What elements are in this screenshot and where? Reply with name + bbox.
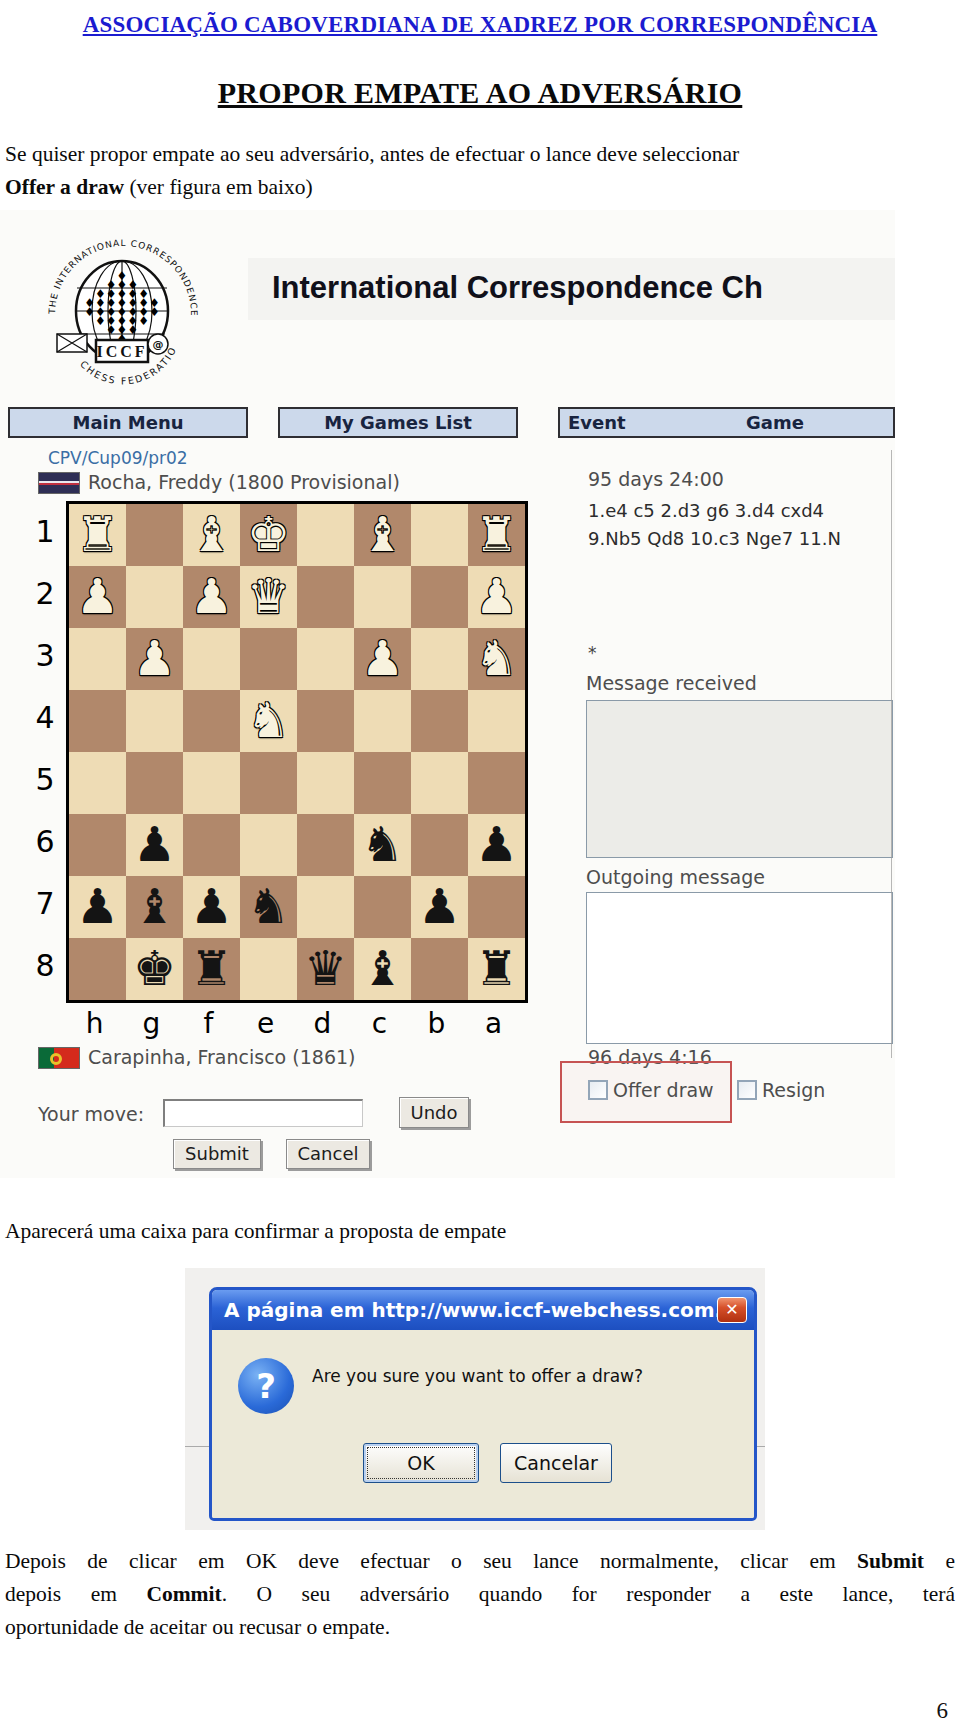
square-e4[interactable]: ♞	[240, 690, 297, 752]
square-a4[interactable]	[468, 690, 525, 752]
square-c2[interactable]	[354, 566, 411, 628]
move-input[interactable]	[163, 1099, 363, 1127]
square-d5[interactable]	[297, 752, 354, 814]
undo-button[interactable]: Undo	[399, 1097, 469, 1128]
square-b4[interactable]	[411, 690, 468, 752]
black-pawn[interactable]: ♟	[411, 876, 468, 938]
cancel-button[interactable]: Cancel	[286, 1139, 370, 1169]
square-g1[interactable]	[126, 504, 183, 566]
black-pawn[interactable]: ♟	[69, 876, 126, 938]
closing-line-2: depois em Commit. O seu adversário quand…	[5, 1578, 955, 1611]
page-title: PROPOR EMPATE AO ADVERSÁRIO	[0, 76, 960, 110]
square-c6[interactable]: ♞	[354, 814, 411, 876]
square-g5[interactable]	[126, 752, 183, 814]
background-line-left	[185, 1446, 209, 1447]
rank-label-8: 8	[28, 935, 62, 997]
question-icon: ?	[238, 1358, 294, 1414]
square-c5[interactable]	[354, 752, 411, 814]
move-list-line-1: 1.e4 c5 2.d3 g6 3.d4 cxd4	[588, 500, 891, 521]
white-knight[interactable]: ♞	[468, 628, 525, 690]
resign-checkbox[interactable]	[737, 1080, 757, 1100]
move-list-line-2: 9.Nb5 Qd8 10.c3 Nge7 11.N	[588, 528, 891, 549]
square-c1[interactable]: ♝	[354, 504, 411, 566]
square-h7[interactable]: ♟	[69, 876, 126, 938]
intro-line-1: Se quiser propor empate ao seu adversári…	[5, 138, 957, 171]
site-banner-title: International Correspondence Ch	[272, 270, 895, 306]
black-bishop[interactable]: ♝	[126, 876, 183, 938]
message-received-box[interactable]	[586, 700, 893, 858]
dialog-cancel-button[interactable]: Cancelar	[500, 1443, 612, 1483]
square-d2[interactable]	[297, 566, 354, 628]
square-d4[interactable]	[297, 690, 354, 752]
square-d7[interactable]	[297, 876, 354, 938]
file-label-b: b	[408, 1006, 465, 1042]
square-h3[interactable]	[69, 628, 126, 690]
iccf-banner-text: ICCF	[96, 343, 147, 360]
white-bishop[interactable]: ♝	[354, 504, 411, 566]
square-h2[interactable]: ♟	[69, 566, 126, 628]
submit-button[interactable]: Submit	[173, 1139, 261, 1169]
black-knight[interactable]: ♞	[354, 814, 411, 876]
square-b5[interactable]	[411, 752, 468, 814]
square-e6[interactable]	[240, 814, 297, 876]
outgoing-message-box[interactable]	[586, 892, 893, 1044]
black-player-flag-icon	[38, 1047, 80, 1069]
intro-line-2: Offer a draw (ver figura em baixo)	[5, 171, 957, 204]
square-f7[interactable]: ♟	[183, 876, 240, 938]
square-d6[interactable]	[297, 814, 354, 876]
square-f2[interactable]: ♟	[183, 566, 240, 628]
square-b1[interactable]	[411, 504, 468, 566]
event-game-header: Event Game	[558, 407, 895, 438]
square-g2[interactable]	[126, 566, 183, 628]
black-pawn[interactable]: ♟	[468, 814, 525, 876]
page-number: 6	[900, 1698, 948, 1724]
square-g8[interactable]: ♚	[126, 938, 183, 1000]
square-g7[interactable]: ♝	[126, 876, 183, 938]
dialog-ok-button[interactable]: OK	[363, 1443, 479, 1483]
black-pawn[interactable]: ♟	[126, 814, 183, 876]
square-h6[interactable]	[69, 814, 126, 876]
white-pawn[interactable]: ♟	[69, 566, 126, 628]
square-d3[interactable]	[297, 628, 354, 690]
square-b8[interactable]	[411, 938, 468, 1000]
required-asterisk: *	[588, 643, 597, 663]
square-f3[interactable]	[183, 628, 240, 690]
offer-draw-checkbox[interactable]	[588, 1080, 608, 1100]
square-f8[interactable]: ♜	[183, 938, 240, 1000]
square-h8[interactable]	[69, 938, 126, 1000]
square-a7[interactable]	[468, 876, 525, 938]
rank-label-3: 3	[28, 625, 62, 687]
square-c7[interactable]	[354, 876, 411, 938]
iccf-screenshot: THE INTERNATIONAL CORRESPONDENCE CHESS F…	[0, 210, 895, 1178]
square-g4[interactable]	[126, 690, 183, 752]
game-column-label: Game	[746, 409, 804, 436]
square-d8[interactable]: ♛	[297, 938, 354, 1000]
black-queen[interactable]: ♛	[297, 938, 354, 1000]
white-pawn[interactable]: ♟	[126, 628, 183, 690]
event-link[interactable]: CPV/Cup09/pr02	[48, 448, 188, 468]
square-b2[interactable]	[411, 566, 468, 628]
white-queen[interactable]: ♛	[240, 566, 297, 628]
rank-label-1: 1	[28, 501, 62, 563]
rank-labels: 12345678	[28, 501, 62, 997]
rank-label-5: 5	[28, 749, 62, 811]
square-h5[interactable]	[69, 752, 126, 814]
dialog-screenshot: A página em http://www.iccf-webchess.com…	[185, 1268, 765, 1530]
dialog-close-button[interactable]: ✕	[717, 1297, 747, 1323]
black-knight[interactable]: ♞	[240, 876, 297, 938]
association-header: ASSOCIAÇÃO CABOVERDIANA DE XADREZ POR CO…	[0, 12, 960, 38]
square-a2[interactable]: ♟	[468, 566, 525, 628]
white-pawn[interactable]: ♟	[354, 628, 411, 690]
square-c8[interactable]: ♝	[354, 938, 411, 1000]
white-rook[interactable]: ♜	[468, 504, 525, 566]
square-a8[interactable]: ♜	[468, 938, 525, 1000]
rank-label-7: 7	[28, 873, 62, 935]
white-bishop[interactable]: ♝	[183, 504, 240, 566]
black-rook[interactable]: ♜	[183, 938, 240, 1000]
white-king[interactable]: ♚	[240, 504, 297, 566]
square-b3[interactable]	[411, 628, 468, 690]
confirm-dialog: A página em http://www.iccf-webchess.com…	[209, 1287, 757, 1521]
square-e5[interactable]	[240, 752, 297, 814]
square-c4[interactable]	[354, 690, 411, 752]
dialog-message: Are you sure you want to offer a draw?	[312, 1366, 732, 1386]
square-a1[interactable]: ♜	[468, 504, 525, 566]
square-d1[interactable]	[297, 504, 354, 566]
white-player-name: Rocha, Freddy (1800 Provisional)	[88, 471, 400, 493]
square-e8[interactable]	[240, 938, 297, 1000]
square-g3[interactable]: ♟	[126, 628, 183, 690]
dialog-title: A página em http://www.iccf-webchess.com…	[212, 1290, 754, 1330]
confirm-caption: Aparecerá uma caixa para confirmar a pro…	[5, 1215, 957, 1248]
your-move-label: Your move:	[38, 1103, 144, 1125]
square-h4[interactable]	[69, 690, 126, 752]
square-a5[interactable]	[468, 752, 525, 814]
square-g6[interactable]: ♟	[126, 814, 183, 876]
black-bishop[interactable]: ♝	[354, 938, 411, 1000]
square-b7[interactable]: ♟	[411, 876, 468, 938]
chess-board[interactable]: ♜♝♚♝♜♟♟♛♟♟♟♞♞♟♞♟♟♝♟♞♟♚♜♛♝♜	[66, 501, 528, 1003]
white-rook[interactable]: ♜	[69, 504, 126, 566]
black-player-name: Carapinha, Francisco (1861)	[88, 1046, 355, 1068]
my-games-list-button[interactable]: My Games List	[278, 407, 518, 438]
white-knight[interactable]: ♞	[240, 690, 297, 752]
square-e3[interactable]	[240, 628, 297, 690]
event-column-label: Event	[568, 409, 626, 436]
square-e2[interactable]: ♛	[240, 566, 297, 628]
white-pawn[interactable]: ♟	[183, 566, 240, 628]
square-e1[interactable]: ♚	[240, 504, 297, 566]
black-pawn[interactable]: ♟	[183, 876, 240, 938]
rank-label-4: 4	[28, 687, 62, 749]
main-menu-button[interactable]: Main Menu	[8, 407, 248, 438]
file-label-a: a	[465, 1006, 522, 1042]
offer-draw-label: Offer draw	[613, 1079, 714, 1101]
envelope-icon	[57, 334, 87, 352]
square-f6[interactable]	[183, 814, 240, 876]
white-clock: 95 days 24:00	[588, 468, 724, 490]
file-label-h: h	[66, 1006, 123, 1042]
rank-label-2: 2	[28, 563, 62, 625]
at-icon: @	[153, 338, 164, 351]
resign-label: Resign	[762, 1079, 825, 1101]
background-line-right	[757, 1446, 765, 1447]
iccf-logo: THE INTERNATIONAL CORRESPONDENCE CHESS F…	[45, 214, 200, 406]
white-player-flag-icon	[38, 472, 80, 494]
file-label-c: c	[351, 1006, 408, 1042]
file-label-g: g	[123, 1006, 180, 1042]
document-page: ASSOCIAÇÃO CABOVERDIANA DE XADREZ POR CO…	[0, 0, 960, 1734]
square-h1[interactable]: ♜	[69, 504, 126, 566]
black-rook[interactable]: ♜	[468, 938, 525, 1000]
outgoing-message-label: Outgoing message	[586, 866, 765, 888]
file-labels: hgfedcba	[66, 1006, 522, 1042]
square-b6[interactable]	[411, 814, 468, 876]
file-label-e: e	[237, 1006, 294, 1042]
file-label-d: d	[294, 1006, 351, 1042]
square-f5[interactable]	[183, 752, 240, 814]
dialog-body: ? Are you sure you want to offer a draw?…	[212, 1330, 754, 1521]
black-king[interactable]: ♚	[126, 938, 183, 1000]
square-f4[interactable]	[183, 690, 240, 752]
square-f1[interactable]: ♝	[183, 504, 240, 566]
rank-label-6: 6	[28, 811, 62, 873]
square-a6[interactable]: ♟	[468, 814, 525, 876]
window-edge-divider	[891, 450, 892, 1058]
white-pawn[interactable]: ♟	[468, 566, 525, 628]
square-a3[interactable]: ♞	[468, 628, 525, 690]
file-label-f: f	[180, 1006, 237, 1042]
square-e7[interactable]: ♞	[240, 876, 297, 938]
closing-line-3: oportunidade de aceitar ou recusar o emp…	[5, 1611, 955, 1644]
square-c3[interactable]: ♟	[354, 628, 411, 690]
closing-line-1: Depois de clicar em OK deve efectuar o s…	[5, 1545, 955, 1578]
message-received-label: Message received	[586, 672, 757, 694]
